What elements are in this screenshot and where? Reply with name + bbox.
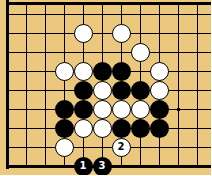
white-stone [74, 24, 93, 43]
white-stone [55, 138, 74, 157]
grid-line-horizontal [7, 147, 211, 148]
black-stone [112, 81, 131, 100]
black-stone [55, 100, 74, 119]
white-stone [74, 119, 93, 138]
black-stone-move-1: 1 [74, 157, 93, 176]
grid-line-horizontal [7, 33, 211, 34]
grid-line-horizontal [7, 52, 211, 53]
black-stone [74, 100, 93, 119]
grid-line-vertical [26, 2, 27, 166]
black-stone [55, 119, 74, 138]
white-stone [93, 81, 112, 100]
black-stone [74, 81, 93, 100]
white-stone [55, 62, 74, 81]
grid-line-vertical [197, 2, 198, 166]
white-stone [150, 62, 169, 81]
black-stone [112, 119, 131, 138]
grid-line-vertical [45, 2, 46, 166]
white-stone [131, 43, 150, 62]
white-stone [150, 81, 169, 100]
go-board: 213 [0, 0, 211, 175]
move-number-label: 2 [118, 142, 125, 152]
black-stone [112, 62, 131, 81]
board-left-edge [6, 0, 9, 169]
white-stone [93, 100, 112, 119]
move-number-label: 1 [80, 161, 87, 171]
black-stone [150, 119, 169, 138]
black-stone [93, 62, 112, 81]
white-stone [93, 119, 112, 138]
grid-line-horizontal [7, 14, 211, 15]
star-point [177, 108, 180, 111]
black-stone [131, 119, 150, 138]
black-stone [150, 100, 169, 119]
white-stone [112, 100, 131, 119]
white-stone-move-2: 2 [112, 138, 131, 157]
white-stone [74, 62, 93, 81]
white-stone [112, 24, 131, 43]
black-stone-move-3: 3 [93, 157, 112, 176]
white-stone [131, 100, 150, 119]
move-number-label: 3 [99, 161, 106, 171]
board-top-edge [6, 2, 212, 5]
black-stone [131, 81, 150, 100]
grid-line-vertical [178, 2, 179, 166]
